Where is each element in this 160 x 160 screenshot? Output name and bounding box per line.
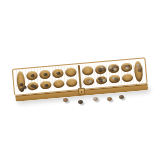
cup-b8[interactable]	[122, 73, 134, 82]
stone[interactable]	[119, 95, 124, 99]
cup-t6[interactable]	[95, 65, 107, 74]
stone[interactable]	[30, 74, 34, 78]
cup-t1[interactable]	[26, 71, 38, 80]
cup-t7[interactable]	[108, 64, 120, 73]
store-right[interactable]	[134, 61, 144, 83]
product-photo-background	[0, 0, 160, 160]
stone[interactable]	[43, 73, 47, 77]
clasp-latch-icon	[77, 88, 85, 96]
cup-b3[interactable]	[53, 79, 65, 88]
cup-t8[interactable]	[121, 62, 133, 71]
stone[interactable]	[114, 78, 118, 82]
cup-t5[interactable]	[82, 66, 94, 75]
mancala-board	[12, 57, 148, 102]
stone[interactable]	[102, 78, 106, 82]
cup-b7[interactable]	[109, 74, 121, 83]
stone[interactable]	[113, 67, 117, 71]
left-half-cups	[26, 67, 77, 90]
cup-t3[interactable]	[52, 68, 64, 77]
stone[interactable]	[63, 98, 68, 102]
cup-b2[interactable]	[40, 80, 52, 89]
cup-b4[interactable]	[66, 78, 78, 87]
stone[interactable]	[20, 88, 24, 92]
stone[interactable]	[93, 97, 98, 101]
stone[interactable]	[78, 100, 83, 104]
store-left[interactable]	[16, 71, 26, 93]
cup-t4[interactable]	[65, 67, 77, 76]
cup-t2[interactable]	[39, 70, 51, 79]
stone[interactable]	[44, 83, 48, 87]
cup-b6[interactable]	[96, 75, 108, 84]
cup-b1[interactable]	[27, 81, 39, 90]
stone[interactable]	[125, 66, 129, 70]
stone[interactable]	[33, 85, 37, 89]
stone[interactable]	[88, 80, 92, 84]
cup-b5[interactable]	[83, 76, 95, 85]
right-half-cups	[82, 62, 133, 85]
stone[interactable]	[101, 68, 105, 72]
stone[interactable]	[107, 97, 112, 101]
stone[interactable]	[137, 69, 141, 73]
stone[interactable]	[56, 71, 60, 75]
